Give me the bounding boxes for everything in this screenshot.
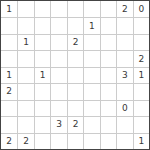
cell-r0-c4[interactable]	[67, 1, 83, 17]
clue-digit: 1	[138, 71, 144, 80]
cell-r8-c7[interactable]	[116, 133, 132, 149]
cell-r2-c5[interactable]	[83, 34, 99, 50]
clue-digit: 2	[73, 38, 79, 47]
cell-r7-c2[interactable]	[34, 116, 50, 132]
cell-r1-c7[interactable]	[116, 17, 132, 33]
cell-r1-c0[interactable]	[1, 17, 17, 33]
cell-r5-c5[interactable]	[83, 83, 99, 99]
cell-r5-c0[interactable]: 2	[1, 83, 17, 99]
cell-r3-c4[interactable]	[67, 50, 83, 66]
cell-r2-c7[interactable]	[116, 34, 132, 50]
cell-r0-c6[interactable]	[100, 1, 116, 17]
cell-r4-c1[interactable]	[17, 67, 33, 83]
cell-r1-c1[interactable]	[17, 17, 33, 33]
cell-r4-c5[interactable]	[83, 67, 99, 83]
cell-r4-c0[interactable]: 1	[1, 67, 17, 83]
cell-r3-c1[interactable]	[17, 50, 33, 66]
clue-digit: 1	[23, 38, 29, 47]
cell-r8-c3[interactable]	[50, 133, 66, 149]
cell-r5-c2[interactable]	[34, 83, 50, 99]
cell-r7-c8[interactable]	[133, 116, 149, 132]
cell-r8-c8[interactable]: 1	[133, 133, 149, 149]
cell-r5-c7[interactable]	[116, 83, 132, 99]
cell-r7-c4[interactable]: 2	[67, 116, 83, 132]
cell-r6-c2[interactable]	[34, 100, 50, 116]
cell-r4-c2[interactable]: 1	[34, 67, 50, 83]
cell-r8-c1[interactable]: 2	[17, 133, 33, 149]
cell-r5-c4[interactable]	[67, 83, 83, 99]
cell-r4-c4[interactable]	[67, 67, 83, 83]
cell-r0-c2[interactable]	[34, 1, 50, 17]
cell-r0-c1[interactable]	[17, 1, 33, 17]
cell-r6-c1[interactable]	[17, 100, 33, 116]
cell-r7-c1[interactable]	[17, 116, 33, 132]
cell-r2-c2[interactable]	[34, 34, 50, 50]
clue-digit: 2	[6, 137, 12, 146]
clue-digit: 2	[73, 120, 79, 129]
cell-r2-c8[interactable]	[133, 34, 149, 50]
clue-digit: 1	[40, 71, 46, 80]
cell-r5-c1[interactable]	[17, 83, 33, 99]
cell-r3-c6[interactable]	[100, 50, 116, 66]
cell-r6-c8[interactable]	[133, 100, 149, 116]
cell-r7-c7[interactable]	[116, 116, 132, 132]
cell-r0-c3[interactable]	[50, 1, 66, 17]
clue-digit: 3	[122, 71, 128, 80]
cell-r2-c6[interactable]	[100, 34, 116, 50]
clue-digit: 1	[138, 137, 144, 146]
cell-r5-c8[interactable]	[133, 83, 149, 99]
cell-r6-c0[interactable]	[1, 100, 17, 116]
cell-r1-c8[interactable]	[133, 17, 149, 33]
cell-r2-c4[interactable]: 2	[67, 34, 83, 50]
cell-r4-c6[interactable]	[100, 67, 116, 83]
slitherlink-board: 120112211312032221	[0, 0, 150, 150]
clue-digit: 0	[138, 5, 144, 14]
cell-r0-c7[interactable]: 2	[116, 1, 132, 17]
clue-digit: 1	[6, 71, 12, 80]
cell-r7-c5[interactable]	[83, 116, 99, 132]
cell-r3-c7[interactable]	[116, 50, 132, 66]
cell-r1-c4[interactable]	[67, 17, 83, 33]
cell-r8-c6[interactable]	[100, 133, 116, 149]
clue-digit: 0	[122, 104, 128, 113]
cell-r8-c0[interactable]: 2	[1, 133, 17, 149]
cell-r4-c7[interactable]: 3	[116, 67, 132, 83]
clue-digit: 2	[138, 55, 144, 64]
cell-r0-c8[interactable]: 0	[133, 1, 149, 17]
cell-r1-c2[interactable]	[34, 17, 50, 33]
cell-r6-c4[interactable]	[67, 100, 83, 116]
cell-r5-c6[interactable]	[100, 83, 116, 99]
cell-r0-c0[interactable]: 1	[1, 1, 17, 17]
cell-r1-c5[interactable]: 1	[83, 17, 99, 33]
cell-r2-c3[interactable]	[50, 34, 66, 50]
cell-r5-c3[interactable]	[50, 83, 66, 99]
cell-r4-c3[interactable]	[50, 67, 66, 83]
cell-r1-c6[interactable]	[100, 17, 116, 33]
cell-r7-c6[interactable]	[100, 116, 116, 132]
cell-r4-c8[interactable]: 1	[133, 67, 149, 83]
cell-r7-c0[interactable]	[1, 116, 17, 132]
cell-r1-c3[interactable]	[50, 17, 66, 33]
cell-r6-c7[interactable]: 0	[116, 100, 132, 116]
clue-digit: 1	[6, 5, 12, 14]
clue-digit: 2	[23, 137, 29, 146]
cell-r6-c5[interactable]	[83, 100, 99, 116]
cell-r7-c3[interactable]: 3	[50, 116, 66, 132]
cell-r3-c2[interactable]	[34, 50, 50, 66]
cell-r3-c0[interactable]	[1, 50, 17, 66]
cell-r2-c0[interactable]	[1, 34, 17, 50]
cell-r3-c8[interactable]: 2	[133, 50, 149, 66]
clue-digit: 2	[6, 87, 12, 96]
cell-r6-c6[interactable]	[100, 100, 116, 116]
cell-r0-c5[interactable]	[83, 1, 99, 17]
cell-r8-c4[interactable]	[67, 133, 83, 149]
cell-r8-c5[interactable]	[83, 133, 99, 149]
cell-r6-c3[interactable]	[50, 100, 66, 116]
cell-r3-c5[interactable]	[83, 50, 99, 66]
clue-digit: 1	[89, 22, 95, 31]
cell-r8-c2[interactable]	[34, 133, 50, 149]
clue-digit: 2	[122, 5, 128, 14]
cell-r3-c3[interactable]	[50, 50, 66, 66]
clue-digit: 3	[56, 120, 62, 129]
cell-r2-c1[interactable]: 1	[17, 34, 33, 50]
